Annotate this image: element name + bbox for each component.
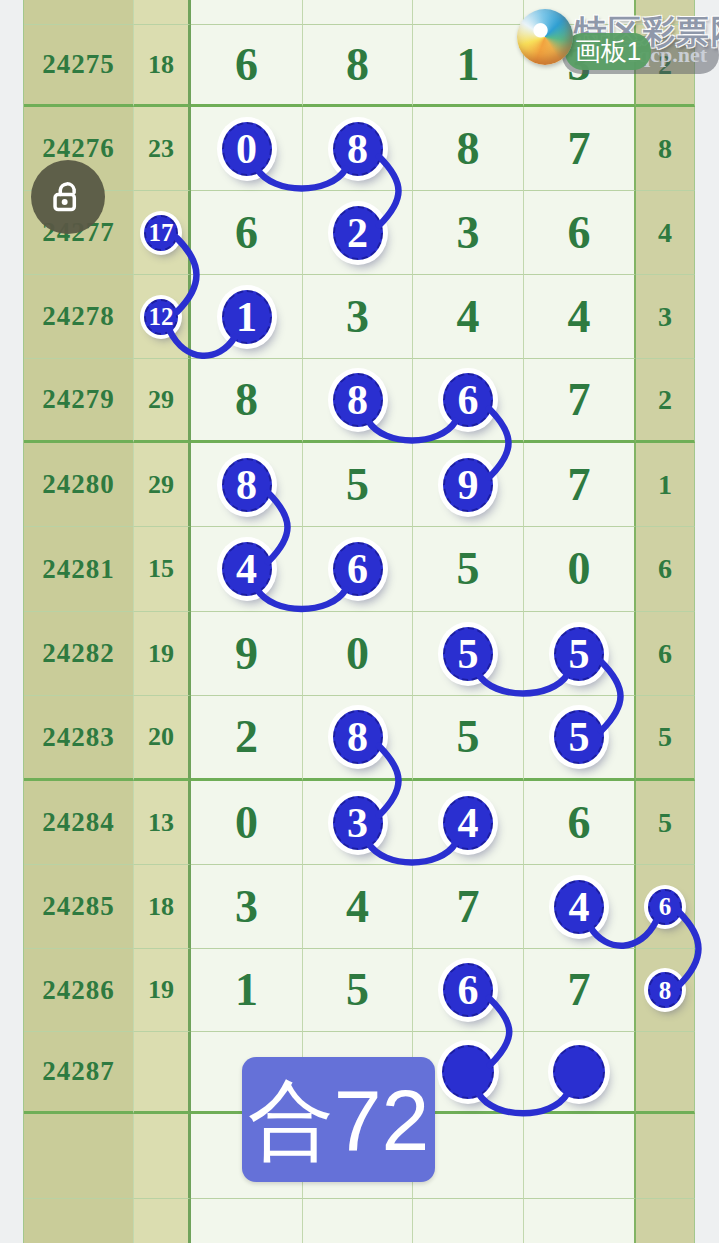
- cell-24282-d3: 5: [524, 612, 636, 696]
- cell-top-d0: [191, 0, 303, 25]
- period-label: 24287: [42, 1056, 115, 1087]
- tail-digit: 1: [658, 469, 672, 501]
- cell-24281-d1: 6: [303, 527, 413, 612]
- cell-24278-d0: 1: [191, 275, 303, 359]
- cell-24279-d3: 7: [524, 359, 636, 443]
- cell-24282-d2: 5: [413, 612, 524, 696]
- cell-24280-d1: 5: [303, 443, 413, 527]
- cell-24277-d0: 6: [191, 191, 303, 275]
- cell-24282-sum: 19: [134, 612, 191, 696]
- tail-digit: 3: [658, 301, 672, 333]
- digit-value: 0: [568, 546, 591, 592]
- digit-value: 1: [235, 967, 258, 1013]
- digit-value: 6: [235, 42, 258, 88]
- cell-24279-d0: 8: [191, 359, 303, 443]
- cell-24277-d1: 2: [303, 191, 413, 275]
- digit-value: 7: [568, 967, 591, 1013]
- tail-digit: 2: [658, 384, 672, 416]
- tail-digit: 6: [658, 638, 672, 670]
- cell-24279-sum: 29: [134, 359, 191, 443]
- tail-digit: 5: [658, 721, 672, 753]
- sum-value: 18: [148, 892, 174, 922]
- digit-value: 4: [568, 294, 591, 340]
- lock-open-icon: [47, 176, 89, 218]
- circled-sum: 17: [144, 215, 178, 251]
- digit-value: 6: [568, 800, 591, 846]
- cell-24284-d3: 6: [524, 781, 636, 865]
- cell-24278-d1: 3: [303, 275, 413, 359]
- digit-value: 3: [235, 884, 258, 930]
- period-label: 24285: [42, 891, 115, 922]
- cell-24284-period: 24284: [24, 781, 134, 865]
- circled-tail-digit: 6: [648, 889, 682, 925]
- cell-24281-d0: 4: [191, 527, 303, 612]
- cell-blank1-tail: [636, 1114, 695, 1199]
- cell-24280-d2: 9: [413, 443, 524, 527]
- cell-24275-d2: 1: [413, 25, 524, 107]
- cell-24286-period: 24286: [24, 949, 134, 1032]
- lottery-trend-chart: 2427518681322427623088782427717623642427…: [0, 0, 719, 1243]
- circled-digit: 4: [443, 796, 493, 850]
- tail-digit: 6: [658, 553, 672, 585]
- period-label: 24276: [42, 133, 115, 164]
- cell-24283-period: 24283: [24, 696, 134, 781]
- cell-blank2-period: [24, 1199, 134, 1243]
- circled-digit: 4: [222, 542, 272, 596]
- circled-digit: 5: [554, 710, 604, 764]
- cell-24276-d1: 8: [303, 107, 413, 191]
- sum-annotation: 合72: [242, 1057, 435, 1182]
- tail-digit: 4: [658, 217, 672, 249]
- cell-24278-tail: 3: [636, 275, 695, 359]
- cell-top-sum: [134, 0, 191, 25]
- cell-blank2-d0: [191, 1199, 303, 1243]
- period-label: 24281: [42, 554, 115, 585]
- cell-24276-tail: 8: [636, 107, 695, 191]
- cell-top-period: [24, 0, 134, 25]
- cell-24281-sum: 15: [134, 527, 191, 612]
- circled-digit: 5: [443, 627, 493, 681]
- period-label: 24283: [42, 722, 115, 753]
- cell-top-d2: [413, 0, 524, 25]
- digit-value: 1: [457, 42, 480, 88]
- cell-24287-period: 24287: [24, 1032, 134, 1114]
- sum-value: 15: [148, 554, 174, 584]
- cell-24279-tail: 2: [636, 359, 695, 443]
- cell-24279-period: 24279: [24, 359, 134, 443]
- cell-24279-d2: 6: [413, 359, 524, 443]
- digit-value: 8: [346, 42, 369, 88]
- cell-24285-d1: 4: [303, 865, 413, 949]
- digit-value: 3: [346, 294, 369, 340]
- cell-blank2-sum: [134, 1199, 191, 1243]
- digit-value: 0: [235, 800, 258, 846]
- cell-24277-tail: 4: [636, 191, 695, 275]
- circled-digit: 8: [333, 373, 383, 427]
- digit-value: 5: [346, 967, 369, 1013]
- cell-24283-sum: 20: [134, 696, 191, 781]
- circled-digit: 3: [333, 796, 383, 850]
- cell-24283-d3: 5: [524, 696, 636, 781]
- cell-24280-sum: 29: [134, 443, 191, 527]
- cell-24277-d2: 3: [413, 191, 524, 275]
- cell-24285-period: 24285: [24, 865, 134, 949]
- circled-digit: 0: [222, 122, 272, 176]
- cell-24285-d0: 3: [191, 865, 303, 949]
- period-label: 24286: [42, 975, 115, 1006]
- cell-24275-sum: 18: [134, 25, 191, 107]
- cell-24287-sum: [134, 1032, 191, 1114]
- cell-24275-period: 24275: [24, 25, 134, 107]
- tail-digit: 8: [658, 133, 672, 165]
- cell-24276-d0: 0: [191, 107, 303, 191]
- cell-24276-d3: 7: [524, 107, 636, 191]
- cell-blank1-period: [24, 1114, 134, 1199]
- sum-value: 29: [148, 470, 174, 500]
- circled-digit: 4: [554, 880, 604, 934]
- cell-24284-sum: 13: [134, 781, 191, 865]
- sum-annotation-label: 合72: [248, 1077, 430, 1163]
- cell-24281-tail: 6: [636, 527, 695, 612]
- circled-digit: 5: [554, 627, 604, 681]
- digit-value: 8: [457, 126, 480, 172]
- cell-24280-d0: 8: [191, 443, 303, 527]
- cell-24285-d3: 4: [524, 865, 636, 949]
- circled-digit: 2: [333, 206, 383, 260]
- cell-24281-d2: 5: [413, 527, 524, 612]
- predicted-filled-circle: [553, 1045, 605, 1099]
- cell-24278-d3: 4: [524, 275, 636, 359]
- cell-blank1-sum: [134, 1114, 191, 1199]
- cell-24284-d2: 4: [413, 781, 524, 865]
- digit-value: 9: [235, 631, 258, 677]
- sum-value: 18: [148, 50, 174, 80]
- digit-value: 6: [235, 210, 258, 256]
- cell-24283-d1: 8: [303, 696, 413, 781]
- digit-value: 2: [235, 714, 258, 760]
- lock-button[interactable]: [31, 160, 105, 234]
- sum-value: 13: [148, 808, 174, 838]
- circled-digit: 8: [333, 710, 383, 764]
- cell-24280-d3: 7: [524, 443, 636, 527]
- cell-24275-d1: 8: [303, 25, 413, 107]
- digit-value: 6: [568, 210, 591, 256]
- cell-24284-d0: 0: [191, 781, 303, 865]
- cell-24287-d3: [524, 1032, 636, 1114]
- cell-24279-d1: 8: [303, 359, 413, 443]
- digit-value: 7: [568, 462, 591, 508]
- cell-24286-sum: 19: [134, 949, 191, 1032]
- period-label: 24280: [42, 469, 115, 500]
- cell-24275-d0: 6: [191, 25, 303, 107]
- circled-sum: 12: [144, 299, 178, 335]
- cell-24286-tail: 8: [636, 949, 695, 1032]
- digit-value: 4: [457, 294, 480, 340]
- digit-value: 5: [457, 546, 480, 592]
- period-label: 24282: [42, 638, 115, 669]
- cell-24277-sum: 17: [134, 191, 191, 275]
- cell-24282-period: 24282: [24, 612, 134, 696]
- cell-24284-tail: 5: [636, 781, 695, 865]
- cell-24286-d1: 5: [303, 949, 413, 1032]
- cell-24277-d3: 6: [524, 191, 636, 275]
- digit-value: 7: [568, 377, 591, 423]
- period-label: 24278: [42, 301, 115, 332]
- digit-value: 4: [346, 884, 369, 930]
- cell-24276-d2: 8: [413, 107, 524, 191]
- cell-24278-sum: 12: [134, 275, 191, 359]
- cell-24284-d1: 3: [303, 781, 413, 865]
- cell-24282-d0: 9: [191, 612, 303, 696]
- digit-value: 7: [457, 884, 480, 930]
- digit-value: 5: [346, 462, 369, 508]
- circled-digit: 6: [333, 542, 383, 596]
- cell-24285-tail: 6: [636, 865, 695, 949]
- circled-digit: 8: [222, 458, 272, 512]
- circled-digit: 6: [443, 963, 493, 1017]
- cell-24278-d2: 4: [413, 275, 524, 359]
- circled-digit: 8: [333, 122, 383, 176]
- cell-blank2-d3: [524, 1199, 636, 1243]
- cell-24280-tail: 1: [636, 443, 695, 527]
- cell-24286-d3: 7: [524, 949, 636, 1032]
- digit-value: 8: [235, 377, 258, 423]
- circled-digit: 9: [443, 458, 493, 512]
- cell-24283-tail: 5: [636, 696, 695, 781]
- cell-blank2-d1: [303, 1199, 413, 1243]
- circled-digit: 6: [443, 373, 493, 427]
- sum-value: 19: [148, 975, 174, 1005]
- period-label: 24284: [42, 807, 115, 838]
- watermark-board-badge: 画板1: [565, 33, 651, 70]
- cell-blank2-tail: [636, 1199, 695, 1243]
- watermark-swirl-icon: [517, 9, 573, 65]
- cell-24280-period: 24280: [24, 443, 134, 527]
- sum-value: 20: [148, 722, 174, 752]
- digit-value: 0: [346, 631, 369, 677]
- tail-digit: 5: [658, 807, 672, 839]
- digit-value: 5: [457, 714, 480, 760]
- cell-24285-d2: 7: [413, 865, 524, 949]
- cell-24286-d0: 1: [191, 949, 303, 1032]
- cell-24287-tail: [636, 1032, 695, 1114]
- period-label: 24275: [42, 49, 115, 80]
- cell-24283-d2: 5: [413, 696, 524, 781]
- sum-value: 23: [148, 134, 174, 164]
- predicted-filled-circle: [442, 1045, 494, 1099]
- cell-24282-d1: 0: [303, 612, 413, 696]
- cell-blank2-d2: [413, 1199, 524, 1243]
- digit-value: 3: [457, 210, 480, 256]
- cell-24276-sum: 23: [134, 107, 191, 191]
- cell-24286-d2: 6: [413, 949, 524, 1032]
- watermark-board-label: 画板1: [575, 34, 641, 69]
- period-label: 24279: [42, 384, 115, 415]
- cell-blank1-d3: [524, 1114, 636, 1199]
- cell-24281-period: 24281: [24, 527, 134, 612]
- cell-24278-period: 24278: [24, 275, 134, 359]
- cell-24281-d3: 0: [524, 527, 636, 612]
- sum-value: 19: [148, 639, 174, 669]
- cell-24282-tail: 6: [636, 612, 695, 696]
- circled-digit: 1: [222, 290, 272, 344]
- cell-24285-sum: 18: [134, 865, 191, 949]
- sum-value: 29: [148, 385, 174, 415]
- digit-value: 7: [568, 126, 591, 172]
- cell-24283-d0: 2: [191, 696, 303, 781]
- circled-tail-digit: 8: [648, 972, 682, 1008]
- cell-top-d1: [303, 0, 413, 25]
